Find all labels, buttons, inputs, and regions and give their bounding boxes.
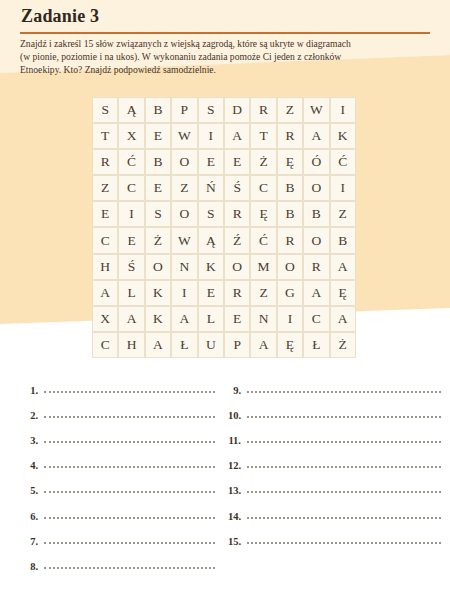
grid-cell-r2c6[interactable]: A	[224, 123, 250, 149]
answer-row: 2.	[25, 396, 215, 421]
grid-cell-r5c5[interactable]: S	[198, 201, 224, 227]
answer-row: 8.	[25, 547, 215, 572]
grid-cell-r4c9[interactable]: O	[303, 175, 329, 201]
answer-number: 5.	[25, 485, 38, 496]
grid-cell-r6c1[interactable]: C	[92, 227, 118, 253]
grid-cell-r1c6[interactable]: D	[224, 97, 250, 123]
grid-cell-r7c7[interactable]: M	[250, 254, 276, 280]
grid-cell-r8c6[interactable]: R	[224, 280, 250, 306]
grid-cell-r4c7[interactable]: C	[250, 175, 276, 201]
grid-cell-r1c4[interactable]: P	[171, 97, 197, 123]
grid-cell-r9c9[interactable]: C	[303, 306, 329, 332]
grid-cell-r5c4[interactable]: O	[171, 201, 197, 227]
grid-cell-r9c6[interactable]: E	[224, 306, 250, 332]
grid-cell-r5c7[interactable]: Ę	[250, 201, 276, 227]
grid-cell-r4c2[interactable]: C	[118, 175, 144, 201]
grid-cell-r5c2[interactable]: I	[118, 201, 144, 227]
answer-number: 10.	[226, 410, 241, 421]
grid-cell-r3c7[interactable]: Ż	[250, 149, 276, 175]
grid-cell-r4c5[interactable]: Ń	[198, 175, 224, 201]
grid-cell-r7c3[interactable]: O	[145, 254, 171, 280]
title-divider	[20, 32, 430, 34]
grid-cell-r10c3[interactable]: A	[145, 332, 171, 358]
grid-cell-r3c5[interactable]: E	[198, 149, 224, 175]
grid-cell-r6c6[interactable]: Ź	[224, 227, 250, 253]
answer-number: 1.	[25, 385, 38, 396]
grid-cell-r2c2[interactable]: X	[118, 123, 144, 149]
answer-write-line[interactable]	[247, 441, 441, 443]
answer-list-left: 1.2.3.4.5.6.7.8.	[25, 371, 215, 572]
answer-write-line[interactable]	[44, 517, 215, 519]
answer-write-line[interactable]	[44, 391, 215, 393]
grid-cell-r3c1[interactable]: R	[92, 149, 118, 175]
grid-cell-r5c6[interactable]: R	[224, 201, 250, 227]
answer-number: 13.	[226, 485, 241, 496]
answer-number: 12.	[226, 460, 241, 471]
answer-row: 12.	[226, 446, 441, 471]
grid-cell-r1c10[interactable]: I	[330, 97, 356, 123]
grid-cell-r9c5[interactable]: L	[198, 306, 224, 332]
grid-cell-r3c4[interactable]: O	[171, 149, 197, 175]
grid-cell-r2c3[interactable]: E	[145, 123, 171, 149]
grid-cell-r1c9[interactable]: W	[303, 97, 329, 123]
grid-cell-r1c3[interactable]: B	[145, 97, 171, 123]
word-search-grid: SĄBPSDRZWITXEWIATRAKRĆBOEEŻĘÓĆZCEZŃŚCBOI…	[92, 97, 356, 358]
grid-cell-r9c2[interactable]: A	[118, 306, 144, 332]
grid-cell-r3c6[interactable]: E	[224, 149, 250, 175]
grid-cell-r7c6[interactable]: O	[224, 254, 250, 280]
grid-cell-r3c9[interactable]: Ó	[303, 149, 329, 175]
grid-cell-r8c10[interactable]: Ę	[330, 280, 356, 306]
grid-cell-r6c9[interactable]: O	[303, 227, 329, 253]
answer-write-line[interactable]	[247, 416, 441, 418]
grid-cell-r6c2[interactable]: E	[118, 227, 144, 253]
grid-cell-r8c3[interactable]: K	[145, 280, 171, 306]
grid-cell-r7c8[interactable]: O	[277, 254, 303, 280]
answer-row: 9.	[226, 371, 441, 396]
answer-write-line[interactable]	[44, 491, 215, 493]
grid-cell-r4c1[interactable]: Z	[92, 175, 118, 201]
grid-cell-r4c8[interactable]: B	[277, 175, 303, 201]
grid-cell-r4c10[interactable]: I	[330, 175, 356, 201]
answer-number: 3.	[25, 435, 38, 446]
answer-write-line[interactable]	[44, 542, 215, 544]
grid-cell-r8c7[interactable]: Z	[250, 280, 276, 306]
grid-cell-r2c9[interactable]: A	[303, 123, 329, 149]
grid-cell-r10c7[interactable]: A	[250, 332, 276, 358]
grid-cell-r9c7[interactable]: N	[250, 306, 276, 332]
grid-cell-r9c10[interactable]: A	[330, 306, 356, 332]
grid-cell-r2c5[interactable]: I	[198, 123, 224, 149]
answer-write-line[interactable]	[247, 466, 441, 468]
answer-row: 3.	[25, 421, 215, 446]
answer-write-line[interactable]	[44, 567, 215, 569]
answer-number: 11.	[226, 435, 241, 446]
grid-cell-r1c2[interactable]: Ą	[118, 97, 144, 123]
grid-cell-r5c8[interactable]: B	[277, 201, 303, 227]
grid-cell-r7c4[interactable]: N	[171, 254, 197, 280]
grid-cell-r5c1[interactable]: E	[92, 201, 118, 227]
grid-cell-r8c2[interactable]: L	[118, 280, 144, 306]
grid-cell-r6c3[interactable]: Ż	[145, 227, 171, 253]
answer-write-line[interactable]	[247, 491, 441, 493]
grid-cell-r2c8[interactable]: R	[277, 123, 303, 149]
grid-cell-r6c4[interactable]: W	[171, 227, 197, 253]
grid-cell-r8c5[interactable]: E	[198, 280, 224, 306]
grid-cell-r1c7[interactable]: R	[250, 97, 276, 123]
answer-write-line[interactable]	[247, 517, 441, 519]
grid-cell-r7c9[interactable]: R	[303, 254, 329, 280]
instructions-line-3: Etnoekipy. Kto? Znajdź podpowiedź samodz…	[20, 63, 438, 76]
answer-number: 15.	[226, 536, 241, 547]
grid-cell-r3c8[interactable]: Ę	[277, 149, 303, 175]
grid-cell-r1c1[interactable]: S	[92, 97, 118, 123]
grid-cell-r9c8[interactable]: I	[277, 306, 303, 332]
answer-number: 7.	[25, 536, 38, 547]
grid-cell-r10c1[interactable]: C	[92, 332, 118, 358]
grid-cell-r10c4[interactable]: Ł	[171, 332, 197, 358]
grid-cell-r3c2[interactable]: Ć	[118, 149, 144, 175]
answer-row: 6.	[25, 496, 215, 521]
instructions-line-1: Znajdź i zakreśl 15 słów związanych z wi…	[20, 37, 438, 50]
answer-write-line[interactable]	[44, 466, 215, 468]
instructions: Znajdź i zakreśl 15 słów związanych z wi…	[20, 37, 438, 77]
grid-cell-r1c5[interactable]: S	[198, 97, 224, 123]
grid-cell-r6c7[interactable]: Ć	[250, 227, 276, 253]
grid-cell-r10c8[interactable]: Ę	[277, 332, 303, 358]
grid-cell-r2c4[interactable]: W	[171, 123, 197, 149]
grid-cell-r8c1[interactable]: A	[92, 280, 118, 306]
grid-cell-r2c7[interactable]: T	[250, 123, 276, 149]
grid-cell-r4c3[interactable]: E	[145, 175, 171, 201]
grid-cell-r10c9[interactable]: Ł	[303, 332, 329, 358]
answer-row: 13.	[226, 471, 441, 496]
answer-row: 11.	[226, 421, 441, 446]
grid-cell-r10c10[interactable]: Ż	[330, 332, 356, 358]
grid-cell-r8c4[interactable]: I	[171, 280, 197, 306]
grid-cell-r7c10[interactable]: A	[330, 254, 356, 280]
answer-row: 5.	[25, 471, 215, 496]
grid-cell-r6c5[interactable]: Ą	[198, 227, 224, 253]
answer-number: 6.	[25, 511, 38, 522]
answer-row: 4.	[25, 446, 215, 471]
answer-write-line[interactable]	[247, 542, 441, 544]
answer-row: 10.	[226, 396, 441, 421]
grid-cell-r1c8[interactable]: Z	[277, 97, 303, 123]
grid-cell-r5c9[interactable]: B	[303, 201, 329, 227]
grid-cell-r7c1[interactable]: H	[92, 254, 118, 280]
grid-cell-r10c5[interactable]: U	[198, 332, 224, 358]
answer-row: 1.	[25, 371, 215, 396]
grid-cell-r9c1[interactable]: X	[92, 306, 118, 332]
answer-number: 2.	[25, 410, 38, 421]
grid-cell-r8c8[interactable]: G	[277, 280, 303, 306]
grid-cell-r5c3[interactable]: S	[145, 201, 171, 227]
grid-cell-r4c6[interactable]: Ś	[224, 175, 250, 201]
answer-number: 8.	[25, 561, 38, 572]
instructions-line-2: (w pionie, poziomie i na ukos). W wykona…	[20, 50, 438, 63]
grid-cell-r3c3[interactable]: B	[145, 149, 171, 175]
answer-number: 9.	[226, 385, 241, 396]
answer-row: 7.	[25, 522, 215, 547]
answer-list-right: 9.10.11.12.13.14.15.	[226, 371, 441, 547]
grid-cell-r2c10[interactable]: K	[330, 123, 356, 149]
answer-write-line[interactable]	[247, 391, 441, 393]
answer-write-line[interactable]	[44, 441, 215, 443]
answer-write-line[interactable]	[44, 416, 215, 418]
grid-cell-r9c4[interactable]: A	[171, 306, 197, 332]
answer-number: 14.	[226, 511, 241, 522]
worksheet-page: Zadanie 3 Znajdź i zakreśl 15 słów związ…	[0, 0, 450, 600]
grid-cell-r9c3[interactable]: K	[145, 306, 171, 332]
grid-cell-r8c9[interactable]: A	[303, 280, 329, 306]
grid-cell-r5c10[interactable]: Z	[330, 201, 356, 227]
grid-cell-r10c6[interactable]: P	[224, 332, 250, 358]
grid-cell-r6c10[interactable]: B	[330, 227, 356, 253]
grid-cell-r7c5[interactable]: K	[198, 254, 224, 280]
grid-cell-r4c4[interactable]: Z	[171, 175, 197, 201]
grid-cell-r7c2[interactable]: Ś	[118, 254, 144, 280]
grid-cell-r10c2[interactable]: H	[118, 332, 144, 358]
page-title: Zadanie 3	[21, 6, 99, 27]
grid-cell-r6c8[interactable]: R	[277, 227, 303, 253]
answer-number: 4.	[25, 460, 38, 471]
answer-row: 14.	[226, 496, 441, 521]
grid-cell-r2c1[interactable]: T	[92, 123, 118, 149]
answer-row: 15.	[226, 522, 441, 547]
grid-cell-r3c10[interactable]: Ć	[330, 149, 356, 175]
